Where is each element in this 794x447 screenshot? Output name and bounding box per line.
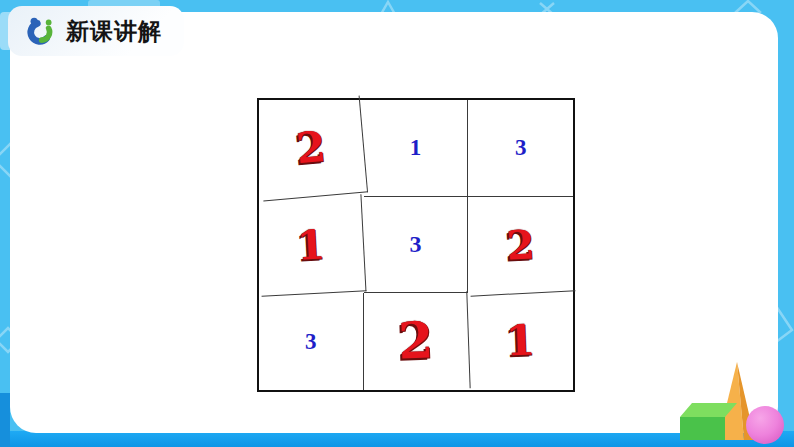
grid-cell-r2c2[interactable]: 3 <box>364 197 469 294</box>
lesson-logo-icon <box>24 16 54 46</box>
section-badge: 新课讲解 <box>8 6 184 56</box>
page-title: 新课讲解 <box>66 16 162 47</box>
grid-cell-r2c3[interactable]: 2 <box>466 194 576 296</box>
grid-cell-r1c3[interactable]: 3 <box>468 100 573 197</box>
grid-cell-r2c1[interactable]: 1 <box>257 194 367 296</box>
geometry-shapes-decoration <box>636 336 794 447</box>
puzzle-grid: 2 1 3 1 3 2 3 2 1 <box>257 98 575 392</box>
grid-cell-r1c2[interactable]: 1 <box>364 100 469 197</box>
grid-cell-r1c1[interactable]: 2 <box>255 96 368 201</box>
bottom-left-wedge <box>0 393 10 447</box>
grid-cell-r3c2[interactable]: 2 <box>362 292 470 392</box>
pink-sphere <box>746 406 784 444</box>
grid-cell-r3c3[interactable]: 1 <box>467 292 575 392</box>
green-cube-front-face <box>680 417 725 440</box>
grid-cell-r3c1[interactable]: 3 <box>259 293 364 390</box>
